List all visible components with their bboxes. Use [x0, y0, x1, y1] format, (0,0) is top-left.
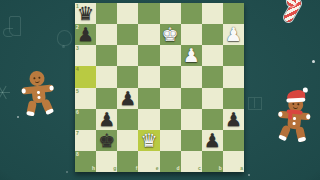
square-g8[interactable]: g	[96, 151, 117, 172]
gingerbread-santa-icon	[275, 96, 313, 143]
square-b3[interactable]	[202, 45, 223, 66]
square-g2[interactable]	[96, 24, 117, 45]
rank-label: 7	[76, 131, 79, 136]
square-b6[interactable]	[202, 109, 223, 130]
black-pawn[interactable]: ♟	[98, 110, 115, 129]
file-label: b	[219, 166, 222, 171]
rank-label: 6	[76, 110, 79, 115]
square-a5[interactable]	[223, 88, 244, 109]
snowflake-icon	[0, 92, 10, 93]
file-label: a	[240, 166, 243, 171]
square-f1[interactable]	[117, 3, 138, 24]
square-e1[interactable]	[138, 3, 159, 24]
square-c2[interactable]	[181, 24, 202, 45]
rank-label: 3	[76, 46, 79, 51]
white-pawn[interactable]: ♟	[183, 46, 200, 65]
gift-icon	[248, 97, 262, 110]
black-pawn[interactable]: ♟	[225, 110, 242, 129]
square-f7[interactable]	[117, 130, 138, 151]
square-a4[interactable]	[223, 66, 244, 87]
square-g3[interactable]	[96, 45, 117, 66]
square-e7[interactable]: ♛	[138, 130, 159, 151]
black-king[interactable]: ♚	[98, 131, 115, 150]
black-queen[interactable]: ♛	[77, 4, 94, 23]
square-g5[interactable]	[96, 88, 117, 109]
square-b7[interactable]: ♟	[202, 130, 223, 151]
square-g1[interactable]	[96, 3, 117, 24]
square-g4[interactable]	[96, 66, 117, 87]
candy-cane-icon	[282, 0, 302, 24]
square-c3[interactable]: ♟	[181, 45, 202, 66]
file-label: c	[198, 166, 201, 171]
file-label: e	[156, 166, 159, 171]
square-d4[interactable]	[160, 66, 181, 87]
square-d2[interactable]: ♚	[160, 24, 181, 45]
square-b8[interactable]: b	[202, 151, 223, 172]
black-pawn[interactable]: ♟	[119, 89, 136, 108]
square-a3[interactable]	[223, 45, 244, 66]
square-e6[interactable]	[138, 109, 159, 130]
square-d1[interactable]	[160, 3, 181, 24]
square-c6[interactable]	[181, 109, 202, 130]
square-e8[interactable]: e	[138, 151, 159, 172]
black-pawn[interactable]: ♟	[204, 131, 221, 150]
file-label: g	[113, 166, 116, 171]
square-d6[interactable]	[160, 109, 181, 130]
square-b1[interactable]	[202, 3, 223, 24]
square-h6[interactable]: 6	[75, 109, 96, 130]
rank-label: 8	[76, 152, 79, 157]
bell-icon	[57, 30, 72, 46]
square-e4[interactable]	[138, 66, 159, 87]
chess-board: 1♛2♟♚♟3♟45♟6♟♟7♚♛♟8hgfedcba	[75, 3, 244, 172]
snow-dot	[248, 174, 250, 176]
square-a1[interactable]	[223, 3, 244, 24]
square-b4[interactable]	[202, 66, 223, 87]
rank-label: 5	[76, 89, 79, 94]
white-pawn[interactable]: ♟	[225, 25, 242, 44]
santa-hat-icon	[287, 90, 305, 101]
square-g6[interactable]: ♟	[96, 109, 117, 130]
square-e5[interactable]	[138, 88, 159, 109]
file-label: f	[136, 166, 138, 171]
square-f2[interactable]	[117, 24, 138, 45]
square-h8[interactable]: 8h	[75, 151, 96, 172]
stocking-icon	[9, 16, 21, 36]
square-a8[interactable]: a	[223, 151, 244, 172]
square-h5[interactable]: 5	[75, 88, 96, 109]
snow-dot	[17, 116, 19, 118]
square-h4[interactable]: 4	[75, 66, 96, 87]
square-f3[interactable]	[117, 45, 138, 66]
square-a2[interactable]: ♟	[223, 24, 244, 45]
square-e3[interactable]	[138, 45, 159, 66]
square-g7[interactable]: ♚	[96, 130, 117, 151]
scarf-icon	[286, 109, 302, 114]
square-e2[interactable]	[138, 24, 159, 45]
scene: 1♛2♟♚♟3♟45♟6♟♟7♚♛♟8hgfedcba	[0, 0, 320, 180]
square-a6[interactable]: ♟	[223, 109, 244, 130]
square-c7[interactable]	[181, 130, 202, 151]
square-f4[interactable]	[117, 66, 138, 87]
file-label: d	[177, 166, 180, 171]
square-f5[interactable]: ♟	[117, 88, 138, 109]
square-c1[interactable]	[181, 3, 202, 24]
square-h1[interactable]: 1♛	[75, 3, 96, 24]
square-f6[interactable]	[117, 109, 138, 130]
square-d8[interactable]: d	[160, 151, 181, 172]
white-queen[interactable]: ♛	[140, 131, 157, 150]
snow-dot	[312, 60, 315, 63]
rank-label: 4	[76, 67, 79, 72]
square-d5[interactable]	[160, 88, 181, 109]
square-d3[interactable]	[160, 45, 181, 66]
square-f8[interactable]: f	[117, 151, 138, 172]
square-a7[interactable]	[223, 130, 244, 151]
square-c4[interactable]	[181, 66, 202, 87]
file-label: h	[92, 166, 95, 171]
square-h3[interactable]: 3	[75, 45, 96, 66]
white-king[interactable]: ♚	[162, 25, 179, 44]
square-b5[interactable]	[202, 88, 223, 109]
square-c8[interactable]: c	[181, 151, 202, 172]
square-c5[interactable]	[181, 88, 202, 109]
gingerbread-man-icon	[19, 69, 57, 116]
square-h2[interactable]: 2♟	[75, 24, 96, 45]
snow-dot	[66, 171, 68, 173]
square-d7[interactable]	[160, 130, 181, 151]
black-pawn[interactable]: ♟	[77, 25, 94, 44]
square-b2[interactable]	[202, 24, 223, 45]
square-h7[interactable]: 7	[75, 130, 96, 151]
